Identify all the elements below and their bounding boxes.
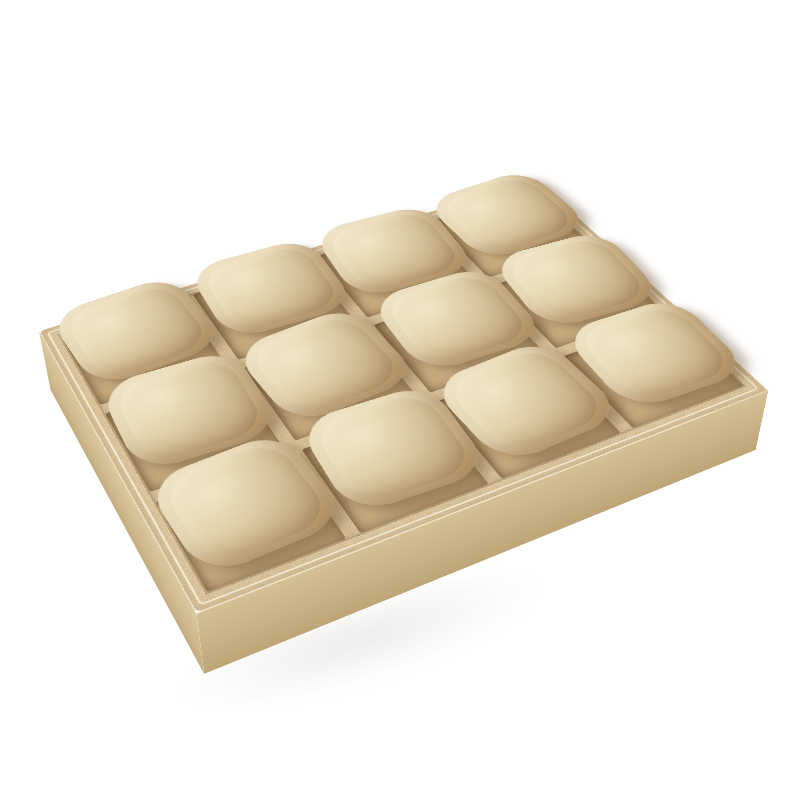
photo-background xyxy=(0,0,800,800)
watch-display-tray xyxy=(39,179,768,613)
